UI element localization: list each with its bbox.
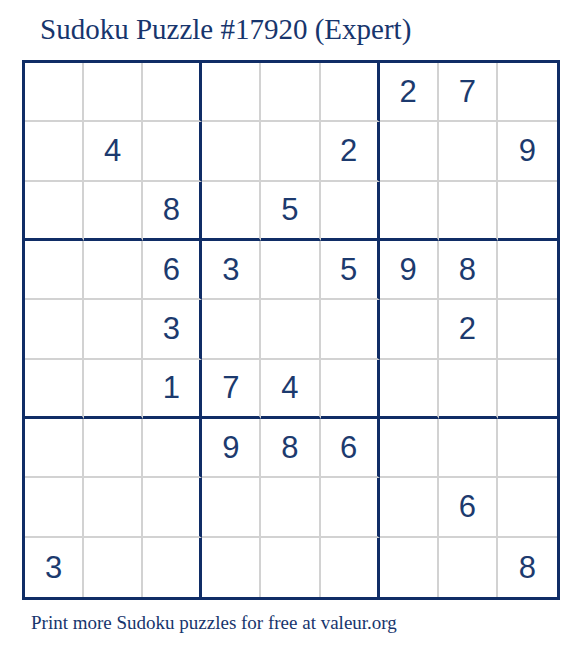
cell-r1c3 — [143, 63, 202, 122]
cell-r9c6 — [321, 538, 380, 597]
cell-r2c3 — [143, 122, 202, 181]
cell-r9c3 — [143, 538, 202, 597]
cell-r9c7 — [380, 538, 439, 597]
cell-r1c1 — [25, 63, 84, 122]
cell-r8c8: 6 — [439, 478, 498, 537]
cell-r7c3 — [143, 419, 202, 478]
cell-r5c3: 3 — [143, 300, 202, 359]
cell-r3c8 — [439, 182, 498, 241]
cell-r7c2 — [84, 419, 143, 478]
cell-r7c5: 8 — [261, 419, 320, 478]
cell-r5c2 — [84, 300, 143, 359]
cell-r4c4: 3 — [202, 241, 261, 300]
page-title: Sudoku Puzzle #17920 (Expert) — [40, 13, 411, 46]
footer-text: Print more Sudoku puzzles for free at va… — [31, 612, 397, 634]
cell-r2c5 — [261, 122, 320, 181]
cell-r8c6 — [321, 478, 380, 537]
cell-r4c7: 9 — [380, 241, 439, 300]
cell-r9c2 — [84, 538, 143, 597]
cell-r3c4 — [202, 182, 261, 241]
cell-r3c1 — [25, 182, 84, 241]
cell-r4c8: 8 — [439, 241, 498, 300]
cell-r8c1 — [25, 478, 84, 537]
cell-r6c3: 1 — [143, 360, 202, 419]
cell-r3c9 — [498, 182, 557, 241]
cell-r1c9 — [498, 63, 557, 122]
cell-r3c6 — [321, 182, 380, 241]
cell-r7c9 — [498, 419, 557, 478]
cell-r9c9: 8 — [498, 538, 557, 597]
cell-r4c2 — [84, 241, 143, 300]
cell-r8c2 — [84, 478, 143, 537]
cell-r3c5: 5 — [261, 182, 320, 241]
cell-r1c8: 7 — [439, 63, 498, 122]
cell-r5c7 — [380, 300, 439, 359]
sudoku-page: Sudoku Puzzle #17920 (Expert) 2742985635… — [0, 0, 580, 651]
cell-r7c7 — [380, 419, 439, 478]
cell-r5c9 — [498, 300, 557, 359]
cell-r4c9 — [498, 241, 557, 300]
cell-r5c5 — [261, 300, 320, 359]
cell-r6c2 — [84, 360, 143, 419]
cell-r8c3 — [143, 478, 202, 537]
cell-r6c9 — [498, 360, 557, 419]
cell-r3c7 — [380, 182, 439, 241]
cell-r4c6: 5 — [321, 241, 380, 300]
cell-r7c8 — [439, 419, 498, 478]
cell-r9c5 — [261, 538, 320, 597]
cell-r5c6 — [321, 300, 380, 359]
cell-r7c1 — [25, 419, 84, 478]
cell-r2c6: 2 — [321, 122, 380, 181]
cell-r4c3: 6 — [143, 241, 202, 300]
cell-r2c2: 4 — [84, 122, 143, 181]
sudoku-board: 27429856359832174986638 — [22, 60, 560, 600]
cell-r9c1: 3 — [25, 538, 84, 597]
cell-r6c8 — [439, 360, 498, 419]
cell-r8c5 — [261, 478, 320, 537]
cell-r5c1 — [25, 300, 84, 359]
cell-r5c8: 2 — [439, 300, 498, 359]
cell-r4c1 — [25, 241, 84, 300]
cell-r9c8 — [439, 538, 498, 597]
cell-r3c3: 8 — [143, 182, 202, 241]
cell-r8c7 — [380, 478, 439, 537]
cell-r6c7 — [380, 360, 439, 419]
cell-r3c2 — [84, 182, 143, 241]
cell-r1c7: 2 — [380, 63, 439, 122]
cell-r2c9: 9 — [498, 122, 557, 181]
cell-r2c7 — [380, 122, 439, 181]
cell-r2c4 — [202, 122, 261, 181]
cell-r6c1 — [25, 360, 84, 419]
cell-r1c4 — [202, 63, 261, 122]
cell-r1c6 — [321, 63, 380, 122]
cell-r8c4 — [202, 478, 261, 537]
cell-r1c5 — [261, 63, 320, 122]
cell-r2c1 — [25, 122, 84, 181]
cell-r1c2 — [84, 63, 143, 122]
cell-r7c6: 6 — [321, 419, 380, 478]
cell-r6c4: 7 — [202, 360, 261, 419]
cell-r6c5: 4 — [261, 360, 320, 419]
cell-r2c8 — [439, 122, 498, 181]
cell-r4c5 — [261, 241, 320, 300]
cell-r7c4: 9 — [202, 419, 261, 478]
cell-r5c4 — [202, 300, 261, 359]
cell-r9c4 — [202, 538, 261, 597]
cell-r6c6 — [321, 360, 380, 419]
cell-r8c9 — [498, 478, 557, 537]
